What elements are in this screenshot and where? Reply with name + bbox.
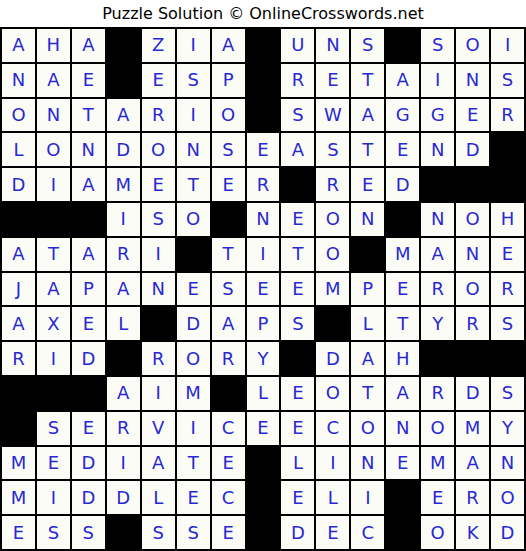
letter-cell-r4c14: D	[456, 133, 489, 166]
letter-cell-r2c5: E	[142, 64, 175, 97]
letter-cell-r10c3: D	[72, 342, 105, 375]
letter-cell-r5c4: M	[107, 168, 140, 201]
letter-cell-r4c9: A	[281, 133, 314, 166]
letter-cell-r1c10: N	[316, 29, 349, 62]
letter-cell-r12c2: S	[37, 412, 70, 445]
letter-cell-r1c7: A	[212, 29, 245, 62]
letter-cell-r12c7: C	[212, 412, 245, 445]
letter-cell-r11c10: O	[316, 377, 349, 410]
letter-cell-r9c12: T	[386, 307, 419, 340]
letter-cell-r13c3: D	[72, 447, 105, 480]
letter-cell-r7c10: O	[316, 238, 349, 271]
letter-cell-r10c1: R	[2, 342, 35, 375]
letter-cell-r4c4: D	[107, 133, 140, 166]
letter-cell-r11c14: D	[456, 377, 489, 410]
black-cell-r6c1	[2, 203, 35, 236]
black-cell-r11c2	[37, 377, 70, 410]
letter-cell-r9c13: Y	[421, 307, 454, 340]
black-cell-r2c8	[247, 64, 280, 97]
letter-cell-r4c6: N	[177, 133, 210, 166]
letter-cell-r8c1: J	[2, 273, 35, 306]
letter-cell-r14c7: C	[212, 481, 245, 514]
letter-cell-r6c8: N	[247, 203, 280, 236]
letter-cell-r4c11: T	[351, 133, 384, 166]
puzzle-solution-page: Puzzle Solution © OnlineCrosswords.net A…	[0, 0, 526, 551]
letter-cell-r2c14: N	[456, 64, 489, 97]
letter-cell-r13c15: N	[491, 447, 524, 480]
letter-cell-r12c14: M	[456, 412, 489, 445]
letter-cell-r5c5: E	[142, 168, 175, 201]
letter-cell-r8c9: E	[281, 273, 314, 306]
letter-cell-r9c1: A	[2, 307, 35, 340]
letter-cell-r12c8: E	[247, 412, 280, 445]
black-cell-r10c4	[107, 342, 140, 375]
letter-cell-r3c15: R	[491, 99, 524, 132]
letter-cell-r13c2: E	[37, 447, 70, 480]
letter-cell-r8c2: A	[37, 273, 70, 306]
black-cell-r6c12	[386, 203, 419, 236]
letter-cell-r6c11: N	[351, 203, 384, 236]
black-cell-r10c13	[421, 342, 454, 375]
letter-cell-r15c15: D	[491, 516, 524, 549]
letter-cell-r10c8: Y	[247, 342, 280, 375]
letter-cell-r10c11: A	[351, 342, 384, 375]
letter-cell-r8c6: E	[177, 273, 210, 306]
letter-cell-r5c11: E	[351, 168, 384, 201]
letter-cell-r3c14: E	[456, 99, 489, 132]
letter-cell-r12c6: I	[177, 412, 210, 445]
letter-cell-r2c1: N	[2, 64, 35, 97]
letter-cell-r3c6: I	[177, 99, 210, 132]
letter-cell-r2c3: E	[72, 64, 105, 97]
letter-cell-r14c4: D	[107, 481, 140, 514]
black-cell-r14c8	[247, 481, 280, 514]
letter-cell-r13c9: L	[281, 447, 314, 480]
letter-cell-r13c11: N	[351, 447, 384, 480]
black-cell-r11c7	[212, 377, 245, 410]
black-cell-r10c9	[281, 342, 314, 375]
letter-cell-r7c8: I	[247, 238, 280, 271]
letter-cell-r15c14: K	[456, 516, 489, 549]
letter-cell-r11c5: I	[142, 377, 175, 410]
letter-cell-r13c14: A	[456, 447, 489, 480]
letter-cell-r7c1: A	[2, 238, 35, 271]
letter-cell-r1c2: H	[37, 29, 70, 62]
letter-cell-r14c5: L	[142, 481, 175, 514]
letter-cell-r9c11: L	[351, 307, 384, 340]
letter-cell-r8c11: P	[351, 273, 384, 306]
letter-cell-r11c6: M	[177, 377, 210, 410]
letter-cell-r12c10: C	[316, 412, 349, 445]
letter-cell-r2c2: A	[37, 64, 70, 97]
letter-cell-r3c3: T	[72, 99, 105, 132]
black-cell-r7c11	[351, 238, 384, 271]
letter-cell-r14c3: D	[72, 481, 105, 514]
black-cell-r15c4	[107, 516, 140, 549]
letter-cell-r5c7: E	[212, 168, 245, 201]
page-title: Puzzle Solution © OnlineCrosswords.net	[0, 0, 526, 27]
black-cell-r1c4	[107, 29, 140, 62]
letter-cell-r13c7: E	[212, 447, 245, 480]
black-cell-r3c8	[247, 99, 280, 132]
letter-cell-r13c1: M	[2, 447, 35, 480]
letter-cell-r9c7: A	[212, 307, 245, 340]
black-cell-r10c15	[491, 342, 524, 375]
letter-cell-r8c4: A	[107, 273, 140, 306]
letter-cell-r9c8: P	[247, 307, 280, 340]
letter-cell-r9c9: S	[281, 307, 314, 340]
letter-cell-r10c2: I	[37, 342, 70, 375]
letter-cell-r4c7: S	[212, 133, 245, 166]
letter-cell-r5c8: R	[247, 168, 280, 201]
black-cell-r9c5	[142, 307, 175, 340]
letter-cell-r12c4: R	[107, 412, 140, 445]
letter-cell-r12c13: O	[421, 412, 454, 445]
letter-cell-r14c10: L	[316, 481, 349, 514]
letter-cell-r7c12: M	[386, 238, 419, 271]
letter-cell-r15c7: E	[212, 516, 245, 549]
letter-cell-r13c4: I	[107, 447, 140, 480]
letter-cell-r6c10: O	[316, 203, 349, 236]
letter-cell-r10c5: R	[142, 342, 175, 375]
letter-cell-r12c9: E	[281, 412, 314, 445]
letter-cell-r13c12: E	[386, 447, 419, 480]
letter-cell-r15c10: E	[316, 516, 349, 549]
letter-cell-r7c15: E	[491, 238, 524, 271]
letter-cell-r13c6: T	[177, 447, 210, 480]
letter-cell-r7c5: I	[142, 238, 175, 271]
letter-cell-r6c6: O	[177, 203, 210, 236]
letter-cell-r2c15: S	[491, 64, 524, 97]
letter-cell-r12c3: E	[72, 412, 105, 445]
letter-cell-r5c1: D	[2, 168, 35, 201]
letter-cell-r7c7: T	[212, 238, 245, 271]
letter-cell-r15c3: S	[72, 516, 105, 549]
letter-cell-r3c12: G	[386, 99, 419, 132]
letter-cell-r1c14: O	[456, 29, 489, 62]
letter-cell-r8c7: S	[212, 273, 245, 306]
black-cell-r11c1	[2, 377, 35, 410]
letter-cell-r14c15: O	[491, 481, 524, 514]
letter-cell-r1c9: U	[281, 29, 314, 62]
black-cell-r10c14	[456, 342, 489, 375]
letter-cell-r1c3: A	[72, 29, 105, 62]
letter-cell-r15c1: E	[2, 516, 35, 549]
letter-cell-r3c1: O	[2, 99, 35, 132]
letter-cell-r4c12: E	[386, 133, 419, 166]
letter-cell-r10c10: D	[316, 342, 349, 375]
black-cell-r14c12	[386, 481, 419, 514]
letter-cell-r2c12: A	[386, 64, 419, 97]
letter-cell-r15c5: S	[142, 516, 175, 549]
letter-cell-r14c1: M	[2, 481, 35, 514]
letter-cell-r11c8: L	[247, 377, 280, 410]
letter-cell-r5c12: D	[386, 168, 419, 201]
black-cell-r15c12	[386, 516, 419, 549]
letter-cell-r5c10: R	[316, 168, 349, 201]
letter-cell-r1c5: Z	[142, 29, 175, 62]
letter-cell-r8c14: O	[456, 273, 489, 306]
letter-cell-r4c2: O	[37, 133, 70, 166]
letter-cell-r1c15: I	[491, 29, 524, 62]
letter-cell-r6c14: O	[456, 203, 489, 236]
letter-cell-r12c11: O	[351, 412, 384, 445]
letter-cell-r6c5: S	[142, 203, 175, 236]
letter-cell-r14c6: E	[177, 481, 210, 514]
letter-cell-r7c3: A	[72, 238, 105, 271]
letter-cell-r10c7: R	[212, 342, 245, 375]
letter-cell-r9c14: R	[456, 307, 489, 340]
letter-cell-r1c13: S	[421, 29, 454, 62]
letter-cell-r9c6: D	[177, 307, 210, 340]
black-cell-r6c2	[37, 203, 70, 236]
letter-cell-r14c2: I	[37, 481, 70, 514]
letter-cell-r11c9: E	[281, 377, 314, 410]
letter-cell-r11c4: A	[107, 377, 140, 410]
letter-cell-r3c9: S	[281, 99, 314, 132]
letter-cell-r8c13: R	[421, 273, 454, 306]
letter-cell-r2c6: S	[177, 64, 210, 97]
letter-cell-r11c13: R	[421, 377, 454, 410]
letter-cell-r2c13: I	[421, 64, 454, 97]
letter-cell-r14c9: E	[281, 481, 314, 514]
letter-cell-r6c4: I	[107, 203, 140, 236]
letter-cell-r4c5: O	[142, 133, 175, 166]
letter-cell-r2c10: E	[316, 64, 349, 97]
black-cell-r11c3	[72, 377, 105, 410]
black-cell-r5c13	[421, 168, 454, 201]
letter-cell-r3c2: N	[37, 99, 70, 132]
letter-cell-r7c13: A	[421, 238, 454, 271]
letter-cell-r4c13: N	[421, 133, 454, 166]
letter-cell-r14c13: E	[421, 481, 454, 514]
black-cell-r6c7	[212, 203, 245, 236]
black-cell-r12c1	[2, 412, 35, 445]
letter-cell-r10c6: O	[177, 342, 210, 375]
letter-cell-r3c11: A	[351, 99, 384, 132]
letter-cell-r15c11: C	[351, 516, 384, 549]
letter-cell-r3c7: O	[212, 99, 245, 132]
letter-cell-r9c4: L	[107, 307, 140, 340]
letter-cell-r3c5: R	[142, 99, 175, 132]
letter-cell-r8c8: E	[247, 273, 280, 306]
letter-cell-r10c12: H	[386, 342, 419, 375]
letter-cell-r8c15: R	[491, 273, 524, 306]
letter-cell-r3c13: G	[421, 99, 454, 132]
letter-cell-r8c5: N	[142, 273, 175, 306]
letter-cell-r7c14: N	[456, 238, 489, 271]
letter-cell-r13c13: M	[421, 447, 454, 480]
black-cell-r2c4	[107, 64, 140, 97]
letter-cell-r7c4: R	[107, 238, 140, 271]
letter-cell-r13c10: I	[316, 447, 349, 480]
letter-cell-r9c3: E	[72, 307, 105, 340]
black-cell-r7c6	[177, 238, 210, 271]
letter-cell-r11c12: A	[386, 377, 419, 410]
black-cell-r4c15	[491, 133, 524, 166]
letter-cell-r9c2: X	[37, 307, 70, 340]
letter-cell-r13c5: A	[142, 447, 175, 480]
letter-cell-r3c10: W	[316, 99, 349, 132]
letter-cell-r7c2: T	[37, 238, 70, 271]
letter-cell-r1c6: I	[177, 29, 210, 62]
letter-cell-r8c3: P	[72, 273, 105, 306]
letter-cell-r15c9: D	[281, 516, 314, 549]
black-cell-r6c3	[72, 203, 105, 236]
letter-cell-r14c11: I	[351, 481, 384, 514]
black-cell-r9c10	[316, 307, 349, 340]
letter-cell-r5c6: T	[177, 168, 210, 201]
black-cell-r15c8	[247, 516, 280, 549]
letter-cell-r1c1: A	[2, 29, 35, 62]
letter-cell-r15c6: S	[177, 516, 210, 549]
black-cell-r13c8	[247, 447, 280, 480]
letter-cell-r15c13: O	[421, 516, 454, 549]
black-cell-r1c8	[247, 29, 280, 62]
letter-cell-r6c13: N	[421, 203, 454, 236]
black-cell-r5c9	[281, 168, 314, 201]
letter-cell-r2c7: P	[212, 64, 245, 97]
letter-cell-r6c15: H	[491, 203, 524, 236]
letter-cell-r4c3: N	[72, 133, 105, 166]
letter-cell-r2c9: R	[281, 64, 314, 97]
letter-cell-r8c12: E	[386, 273, 419, 306]
letter-cell-r12c5: V	[142, 412, 175, 445]
letter-cell-r5c3: A	[72, 168, 105, 201]
letter-cell-r8c10: M	[316, 273, 349, 306]
letter-cell-r4c1: L	[2, 133, 35, 166]
black-cell-r5c14	[456, 168, 489, 201]
letter-cell-r5c2: I	[37, 168, 70, 201]
letter-cell-r6c9: E	[281, 203, 314, 236]
letter-cell-r11c15: S	[491, 377, 524, 410]
letter-cell-r9c15: S	[491, 307, 524, 340]
black-cell-r5c15	[491, 168, 524, 201]
letter-cell-r15c2: S	[37, 516, 70, 549]
black-cell-r1c12	[386, 29, 419, 62]
letter-cell-r12c12: N	[386, 412, 419, 445]
letter-cell-r4c10: S	[316, 133, 349, 166]
letter-cell-r2c11: T	[351, 64, 384, 97]
crossword-grid: AHAZIAUNSSOINAEESPRETAINSONTARIOSWAGGERL…	[0, 27, 526, 551]
letter-cell-r12c15: Y	[491, 412, 524, 445]
letter-cell-r14c14: R	[456, 481, 489, 514]
letter-cell-r3c4: A	[107, 99, 140, 132]
letter-cell-r11c11: T	[351, 377, 384, 410]
letter-cell-r1c11: S	[351, 29, 384, 62]
letter-cell-r7c9: T	[281, 238, 314, 271]
letter-cell-r4c8: E	[247, 133, 280, 166]
